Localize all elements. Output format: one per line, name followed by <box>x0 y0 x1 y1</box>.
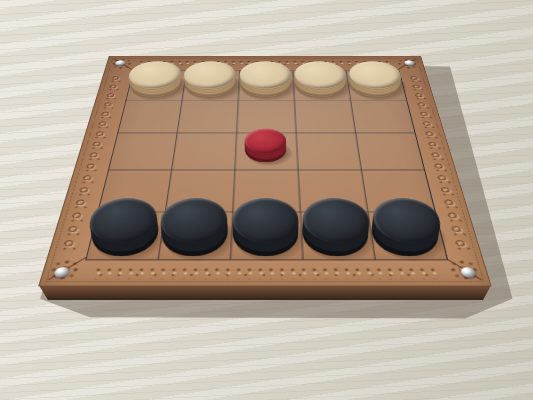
board-cell[interactable] <box>294 100 355 133</box>
piece-black[interactable] <box>301 212 371 257</box>
embossed-garland-bottom <box>93 266 438 279</box>
table-surface <box>0 0 533 400</box>
board-cell[interactable] <box>355 133 424 170</box>
miter-line <box>48 256 89 281</box>
corner-stamp <box>46 259 85 282</box>
embossed-garland-top <box>138 60 393 66</box>
board-cell[interactable] <box>171 133 236 170</box>
piece-black[interactable] <box>231 212 298 257</box>
board-cell[interactable] <box>108 133 177 170</box>
game-board <box>38 56 492 287</box>
miter-line <box>441 256 482 281</box>
corner-rivet <box>460 267 477 277</box>
corner-stamp <box>446 259 485 282</box>
board-cell[interactable] <box>296 133 361 170</box>
corner-rivet <box>404 60 416 65</box>
board-cell[interactable] <box>177 100 238 133</box>
piece-black[interactable] <box>159 212 229 257</box>
corner-rivet <box>53 267 70 277</box>
board-cell[interactable] <box>238 71 294 100</box>
board-cell[interactable] <box>350 100 414 133</box>
board-cell[interactable] <box>292 71 350 100</box>
board-cell[interactable] <box>117 100 181 133</box>
board-cell[interactable] <box>126 71 187 100</box>
board-cell[interactable] <box>182 71 240 100</box>
board-cell[interactable] <box>236 100 295 133</box>
board-side-edge <box>36 285 494 300</box>
piece-neutron[interactable] <box>244 138 286 163</box>
piece-black[interactable] <box>87 212 161 257</box>
board-cell[interactable] <box>346 71 407 100</box>
